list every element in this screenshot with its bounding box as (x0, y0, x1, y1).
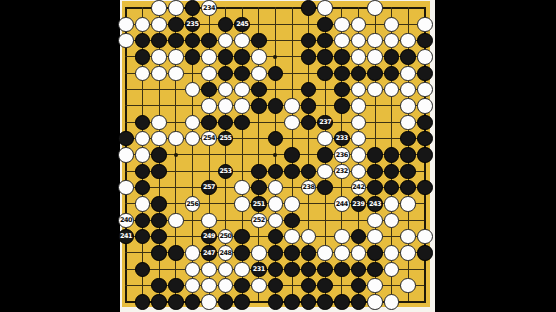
black-stone (268, 98, 284, 114)
black-stone (151, 33, 167, 49)
move-number-label: 257 (203, 184, 215, 191)
black-stone (400, 164, 416, 180)
white-stone (218, 98, 234, 114)
white-stone (118, 33, 134, 49)
white-stone (400, 278, 416, 294)
white-stone (151, 0, 167, 16)
black-stone (168, 278, 184, 294)
white-stone (118, 180, 134, 196)
white-stone (367, 0, 383, 16)
white-stone (284, 98, 300, 114)
black-stone (118, 131, 134, 147)
black-stone (135, 229, 151, 245)
black-stone (400, 180, 416, 196)
white-stone (351, 147, 367, 163)
move-number-label: 239 (352, 201, 364, 208)
white-stone (201, 98, 217, 114)
black-stone (351, 229, 367, 245)
black-stone (201, 115, 217, 131)
white-stone (168, 66, 184, 82)
black-stone (284, 164, 300, 180)
black-stone (351, 278, 367, 294)
black-stone (417, 180, 433, 196)
white-stone (417, 229, 433, 245)
black-stone (151, 294, 167, 310)
white-stone (351, 33, 367, 49)
move-number-label: 233 (336, 135, 348, 142)
white-stone (151, 131, 167, 147)
black-stone (301, 278, 317, 294)
black-stone (384, 180, 400, 196)
white-stone-move-244: 244 (334, 196, 350, 212)
black-stone (317, 294, 333, 310)
black-stone (317, 278, 333, 294)
white-stone (118, 147, 134, 163)
black-stone (135, 262, 151, 278)
black-stone (417, 66, 433, 82)
white-stone (384, 262, 400, 278)
white-stone (118, 17, 134, 33)
white-stone (384, 213, 400, 229)
black-stone (151, 196, 167, 212)
black-stone (218, 294, 234, 310)
black-stone (135, 115, 151, 131)
white-stone (251, 49, 267, 65)
white-stone (251, 66, 267, 82)
black-stone (135, 294, 151, 310)
white-stone (234, 82, 250, 98)
white-stone (334, 245, 350, 261)
white-stone (367, 294, 383, 310)
white-stone (384, 82, 400, 98)
white-stone (317, 0, 333, 16)
move-number-label: 242 (352, 184, 364, 191)
white-stone (135, 196, 151, 212)
white-stone-move-256: 256 (185, 196, 201, 212)
white-stone-move-242: 242 (351, 180, 367, 196)
move-number-label: 241 (120, 233, 132, 240)
white-stone (234, 33, 250, 49)
black-stone (234, 229, 250, 245)
move-number-label: 248 (220, 250, 232, 257)
white-stone (400, 229, 416, 245)
move-number-label: 231 (253, 266, 265, 273)
black-stone (218, 17, 234, 33)
black-stone (384, 147, 400, 163)
black-stone (234, 66, 250, 82)
black-stone-move-255: 255 (218, 131, 234, 147)
white-stone (400, 33, 416, 49)
black-stone (301, 33, 317, 49)
white-stone (151, 115, 167, 131)
white-stone (317, 164, 333, 180)
white-stone (351, 115, 367, 131)
black-stone (334, 262, 350, 278)
white-stone (417, 17, 433, 33)
black-stone (218, 66, 234, 82)
white-stone (334, 33, 350, 49)
black-stone (201, 82, 217, 98)
white-stone (135, 66, 151, 82)
black-stone (367, 245, 383, 261)
black-stone (284, 245, 300, 261)
black-stone (251, 98, 267, 114)
white-stone (334, 229, 350, 245)
white-stone (168, 49, 184, 65)
black-stone (384, 49, 400, 65)
black-stone-move-253: 253 (218, 164, 234, 180)
white-stone (400, 82, 416, 98)
screenshot-canvas: 2342352452372542552332362532322572382422… (0, 0, 556, 312)
white-stone (384, 17, 400, 33)
white-stone-move-254: 254 (201, 131, 217, 147)
move-number-label: 250 (220, 233, 232, 240)
move-number-label: 234 (203, 5, 215, 12)
white-stone (367, 213, 383, 229)
white-stone (168, 131, 184, 147)
black-stone (351, 66, 367, 82)
white-stone (218, 262, 234, 278)
black-stone (301, 82, 317, 98)
black-stone (251, 82, 267, 98)
black-stone (251, 33, 267, 49)
black-stone (185, 33, 201, 49)
black-stone-move-231: 231 (251, 262, 267, 278)
white-stone (400, 245, 416, 261)
black-stone (317, 66, 333, 82)
white-stone (384, 294, 400, 310)
black-stone (284, 213, 300, 229)
white-stone (201, 262, 217, 278)
black-stone (151, 213, 167, 229)
move-number-label: 235 (186, 21, 198, 28)
black-stone (400, 131, 416, 147)
white-stone (185, 278, 201, 294)
white-stone (234, 98, 250, 114)
black-stone-move-257: 257 (201, 180, 217, 196)
black-stone (234, 278, 250, 294)
white-stone (334, 17, 350, 33)
black-stone (351, 262, 367, 278)
black-stone (135, 49, 151, 65)
move-number-label: 256 (186, 201, 198, 208)
black-stone (151, 278, 167, 294)
move-number-label: 255 (220, 135, 232, 142)
white-stone (201, 294, 217, 310)
go-board-frame: 2342352452372542552332362532322572382422… (120, 0, 435, 312)
white-stone (185, 131, 201, 147)
hoshi-point (174, 153, 178, 157)
black-stone (334, 66, 350, 82)
black-stone (168, 294, 184, 310)
move-number-label: 244 (336, 201, 348, 208)
black-stone-move-249: 249 (201, 229, 217, 245)
white-stone (400, 66, 416, 82)
black-stone (268, 131, 284, 147)
black-stone (218, 115, 234, 131)
white-stone (351, 131, 367, 147)
move-number-label: 238 (303, 184, 315, 191)
white-stone (218, 33, 234, 49)
white-stone-move-248: 248 (218, 245, 234, 261)
black-stone (317, 180, 333, 196)
black-stone-move-243: 243 (367, 196, 383, 212)
black-stone (301, 262, 317, 278)
black-stone (367, 164, 383, 180)
black-stone (268, 245, 284, 261)
black-stone (334, 98, 350, 114)
move-number-label: 253 (220, 168, 232, 175)
white-stone (185, 262, 201, 278)
black-stone-move-237: 237 (317, 115, 333, 131)
white-stone (284, 115, 300, 131)
black-stone (151, 147, 167, 163)
white-stone (351, 49, 367, 65)
black-stone (317, 33, 333, 49)
black-stone (234, 115, 250, 131)
black-stone (135, 180, 151, 196)
black-stone (417, 131, 433, 147)
white-stone (351, 82, 367, 98)
white-stone (400, 115, 416, 131)
white-stone (151, 49, 167, 65)
black-stone (135, 213, 151, 229)
white-stone (234, 180, 250, 196)
white-stone (367, 49, 383, 65)
black-stone (234, 245, 250, 261)
white-stone (168, 0, 184, 16)
white-stone (185, 245, 201, 261)
white-stone (135, 131, 151, 147)
black-stone (185, 294, 201, 310)
black-stone (417, 147, 433, 163)
white-stone (201, 278, 217, 294)
black-stone (168, 33, 184, 49)
hoshi-point (273, 55, 277, 59)
black-stone (268, 278, 284, 294)
white-stone (218, 82, 234, 98)
white-stone-move-250: 250 (218, 229, 234, 245)
white-stone (367, 82, 383, 98)
black-stone (334, 49, 350, 65)
white-stone (284, 196, 300, 212)
black-stone (317, 49, 333, 65)
black-stone (151, 164, 167, 180)
black-stone-move-241: 241 (118, 229, 134, 245)
black-stone (135, 33, 151, 49)
white-stone (317, 131, 333, 147)
white-stone (201, 66, 217, 82)
white-stone (384, 33, 400, 49)
white-stone (284, 229, 300, 245)
hoshi-point (273, 153, 277, 157)
white-stone (317, 245, 333, 261)
white-stone (301, 229, 317, 245)
black-stone (218, 49, 234, 65)
white-stone (417, 82, 433, 98)
black-stone (301, 164, 317, 180)
black-stone (268, 66, 284, 82)
black-stone (234, 294, 250, 310)
black-stone (268, 294, 284, 310)
white-stone (251, 278, 267, 294)
white-stone (168, 213, 184, 229)
black-stone (301, 0, 317, 16)
black-stone (384, 66, 400, 82)
black-stone (334, 294, 350, 310)
black-stone (367, 180, 383, 196)
white-stone (201, 213, 217, 229)
black-stone (367, 147, 383, 163)
black-stone (317, 147, 333, 163)
black-stone (234, 49, 250, 65)
black-stone (268, 164, 284, 180)
white-stone (135, 147, 151, 163)
white-stone-move-240: 240 (118, 213, 134, 229)
white-stone (251, 245, 267, 261)
black-stone (151, 245, 167, 261)
black-stone (268, 229, 284, 245)
black-stone (417, 245, 433, 261)
black-stone (351, 294, 367, 310)
move-number-label: 232 (336, 168, 348, 175)
white-stone-move-238: 238 (301, 180, 317, 196)
black-stone (151, 229, 167, 245)
white-stone (234, 196, 250, 212)
move-number-label: 254 (203, 135, 215, 142)
white-stone (384, 196, 400, 212)
white-stone (268, 180, 284, 196)
white-stone (234, 262, 250, 278)
black-stone (284, 294, 300, 310)
white-stone (268, 196, 284, 212)
go-board[interactable]: 2342352452372542552332362532322572382422… (122, 1, 430, 307)
black-stone (284, 147, 300, 163)
black-stone (251, 180, 267, 196)
black-stone (301, 49, 317, 65)
black-stone (135, 164, 151, 180)
white-stone (351, 164, 367, 180)
black-stone-move-233: 233 (334, 131, 350, 147)
black-stone (168, 245, 184, 261)
white-stone (400, 196, 416, 212)
move-number-label: 247 (203, 250, 215, 257)
black-stone-move-245: 245 (234, 17, 250, 33)
move-number-label: 252 (253, 217, 265, 224)
white-stone (268, 213, 284, 229)
black-stone (185, 49, 201, 65)
black-stone (417, 33, 433, 49)
white-stone (151, 17, 167, 33)
black-stone (334, 82, 350, 98)
black-stone (317, 262, 333, 278)
black-stone (367, 66, 383, 82)
black-stone (185, 0, 201, 16)
black-stone (400, 147, 416, 163)
black-stone (301, 115, 317, 131)
black-stone (301, 245, 317, 261)
white-stone (367, 278, 383, 294)
black-stone (301, 98, 317, 114)
white-stone (135, 17, 151, 33)
black-stone (284, 262, 300, 278)
white-stone (417, 49, 433, 65)
black-stone (301, 294, 317, 310)
black-stone (251, 164, 267, 180)
move-number-label: 236 (336, 152, 348, 159)
white-stone (417, 98, 433, 114)
black-stone-move-239: 239 (351, 196, 367, 212)
white-stone (185, 115, 201, 131)
white-stone (400, 98, 416, 114)
black-stone (384, 164, 400, 180)
black-stone-move-251: 251 (251, 196, 267, 212)
white-stone-move-234: 234 (201, 0, 217, 16)
white-stone-move-232: 232 (334, 164, 350, 180)
white-stone-move-252: 252 (251, 213, 267, 229)
white-stone (351, 245, 367, 261)
black-stone (268, 262, 284, 278)
white-stone (218, 278, 234, 294)
white-stone (151, 66, 167, 82)
black-stone (168, 17, 184, 33)
move-number-label: 249 (203, 233, 215, 240)
white-stone (367, 33, 383, 49)
move-number-label: 251 (253, 201, 265, 208)
black-stone (400, 49, 416, 65)
black-stone-move-247: 247 (201, 245, 217, 261)
move-number-label: 243 (369, 201, 381, 208)
white-stone (185, 82, 201, 98)
white-stone (384, 245, 400, 261)
move-number-label: 237 (319, 119, 331, 126)
white-stone (351, 17, 367, 33)
white-stone (367, 229, 383, 245)
white-stone-move-236: 236 (334, 147, 350, 163)
move-number-label: 245 (236, 21, 248, 28)
move-number-label: 240 (120, 217, 132, 224)
black-stone (317, 17, 333, 33)
white-stone (351, 98, 367, 114)
black-stone (201, 33, 217, 49)
black-stone (367, 262, 383, 278)
black-stone (417, 115, 433, 131)
black-stone-move-235: 235 (185, 17, 201, 33)
white-stone (201, 49, 217, 65)
